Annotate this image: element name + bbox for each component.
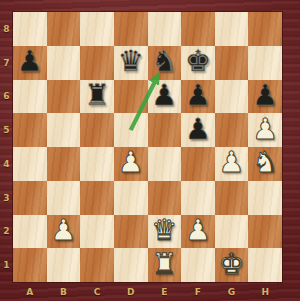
square-g6[interactable]: [215, 80, 249, 114]
black-pawn[interactable]: ♟: [185, 81, 211, 110]
square-f3[interactable]: [181, 181, 215, 215]
square-h7[interactable]: [248, 46, 282, 80]
square-a6[interactable]: [13, 80, 47, 114]
square-c1[interactable]: [80, 248, 114, 282]
square-a7[interactable]: ♟: [13, 46, 47, 80]
square-g8[interactable]: [215, 12, 249, 46]
square-h2[interactable]: [248, 215, 282, 249]
square-f8[interactable]: [181, 12, 215, 46]
rank-label-5: 5: [0, 113, 13, 147]
square-d6[interactable]: [114, 80, 148, 114]
square-e3[interactable]: [148, 181, 182, 215]
file-label-e: E: [148, 282, 182, 301]
white-pawn[interactable]: ♟: [50, 216, 76, 245]
square-b8[interactable]: [47, 12, 81, 46]
chess-board[interactable]: ♟♛♞♚♜♟♟♟♟♟♟♟♞♟♛♟♜♚: [13, 12, 282, 282]
black-knight[interactable]: ♞: [151, 47, 177, 76]
square-e1[interactable]: ♜: [148, 248, 182, 282]
file-label-a: A: [13, 282, 47, 301]
square-c7[interactable]: [80, 46, 114, 80]
rank-label-4: 4: [0, 147, 13, 181]
square-a1[interactable]: [13, 248, 47, 282]
square-g1[interactable]: ♚: [215, 248, 249, 282]
file-label-f: F: [181, 282, 215, 301]
square-a5[interactable]: [13, 113, 47, 147]
white-rook[interactable]: ♜: [151, 250, 177, 279]
rank-label-2: 2: [0, 215, 13, 249]
square-h3[interactable]: [248, 181, 282, 215]
square-h8[interactable]: [248, 12, 282, 46]
white-pawn[interactable]: ♟: [118, 148, 144, 177]
square-d1[interactable]: [114, 248, 148, 282]
square-h5[interactable]: ♟: [248, 113, 282, 147]
rank-label-6: 6: [0, 80, 13, 114]
square-b5[interactable]: [47, 113, 81, 147]
rank-label-1: 1: [0, 248, 13, 282]
square-e6[interactable]: ♟: [148, 80, 182, 114]
file-labels: ABCDEFGH: [13, 282, 282, 301]
square-a8[interactable]: [13, 12, 47, 46]
square-a4[interactable]: [13, 147, 47, 181]
chess-app-window: 87654321 ABCDEFGH ♟♛♞♚♜♟♟♟♟♟♟♟♞♟♛♟♜♚: [0, 0, 300, 301]
square-c4[interactable]: [80, 147, 114, 181]
square-e2[interactable]: ♛: [148, 215, 182, 249]
rank-labels: 87654321: [0, 12, 13, 282]
square-g5[interactable]: [215, 113, 249, 147]
square-e8[interactable]: [148, 12, 182, 46]
square-f6[interactable]: ♟: [181, 80, 215, 114]
black-king[interactable]: ♚: [185, 47, 211, 76]
black-pawn[interactable]: ♟: [151, 81, 177, 110]
white-king[interactable]: ♚: [219, 250, 245, 279]
file-label-c: C: [80, 282, 114, 301]
file-label-g: G: [215, 282, 249, 301]
square-g3[interactable]: [215, 181, 249, 215]
square-h4[interactable]: ♞: [248, 147, 282, 181]
black-queen[interactable]: ♛: [118, 47, 144, 76]
square-b2[interactable]: ♟: [47, 215, 81, 249]
rank-label-3: 3: [0, 181, 13, 215]
square-c5[interactable]: [80, 113, 114, 147]
black-pawn[interactable]: ♟: [185, 115, 211, 144]
square-b6[interactable]: [47, 80, 81, 114]
square-d5[interactable]: [114, 113, 148, 147]
square-a2[interactable]: [13, 215, 47, 249]
square-d7[interactable]: ♛: [114, 46, 148, 80]
white-pawn[interactable]: ♟: [185, 216, 211, 245]
white-pawn[interactable]: ♟: [252, 115, 278, 144]
square-b3[interactable]: [47, 181, 81, 215]
square-d4[interactable]: ♟: [114, 147, 148, 181]
white-knight[interactable]: ♞: [252, 148, 278, 177]
file-label-d: D: [114, 282, 148, 301]
square-e7[interactable]: ♞: [148, 46, 182, 80]
square-c3[interactable]: [80, 181, 114, 215]
square-b1[interactable]: [47, 248, 81, 282]
square-f1[interactable]: [181, 248, 215, 282]
file-label-b: B: [47, 282, 81, 301]
white-pawn[interactable]: ♟: [219, 148, 245, 177]
square-d2[interactable]: [114, 215, 148, 249]
square-h1[interactable]: [248, 248, 282, 282]
square-e4[interactable]: [148, 147, 182, 181]
square-b7[interactable]: [47, 46, 81, 80]
white-queen[interactable]: ♛: [151, 216, 177, 245]
square-c6[interactable]: ♜: [80, 80, 114, 114]
square-h6[interactable]: ♟: [248, 80, 282, 114]
square-d3[interactable]: [114, 181, 148, 215]
square-c2[interactable]: [80, 215, 114, 249]
black-rook[interactable]: ♜: [84, 81, 110, 110]
file-label-h: H: [248, 282, 282, 301]
square-g2[interactable]: [215, 215, 249, 249]
square-a3[interactable]: [13, 181, 47, 215]
rank-label-7: 7: [0, 46, 13, 80]
square-g4[interactable]: ♟: [215, 147, 249, 181]
square-g7[interactable]: [215, 46, 249, 80]
square-c8[interactable]: [80, 12, 114, 46]
black-pawn[interactable]: ♟: [17, 47, 43, 76]
square-e5[interactable]: [148, 113, 182, 147]
square-f4[interactable]: [181, 147, 215, 181]
square-f2[interactable]: ♟: [181, 215, 215, 249]
square-b4[interactable]: [47, 147, 81, 181]
black-pawn[interactable]: ♟: [252, 81, 278, 110]
square-d8[interactable]: [114, 12, 148, 46]
square-f7[interactable]: ♚: [181, 46, 215, 80]
rank-label-8: 8: [0, 12, 13, 46]
square-f5[interactable]: ♟: [181, 113, 215, 147]
